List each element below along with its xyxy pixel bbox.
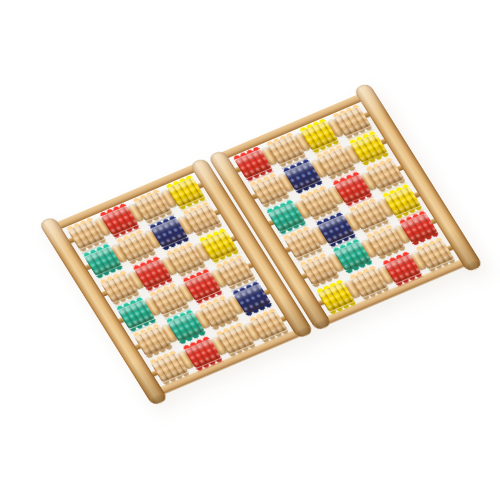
product-photo xyxy=(0,0,500,500)
foot-massage-roller xyxy=(42,96,462,401)
